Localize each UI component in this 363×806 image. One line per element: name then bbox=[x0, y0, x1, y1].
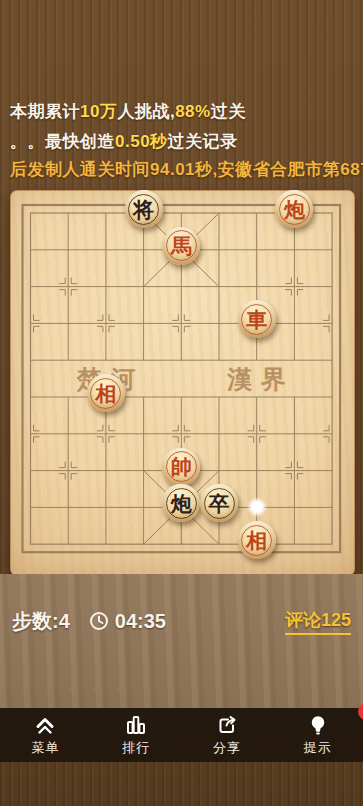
clock-icon bbox=[89, 611, 109, 631]
text-segment: 88% bbox=[175, 102, 211, 121]
hint-count-badge: 5 bbox=[358, 703, 363, 720]
menu-up-icon bbox=[33, 713, 57, 737]
piece-red-elephant-left[interactable]: 相 bbox=[87, 374, 125, 412]
piece-glyph: 相 bbox=[241, 525, 272, 556]
text-segment: 10万 bbox=[80, 102, 117, 121]
bottom-nav: 菜单 排行 分享 5 提示 bbox=[0, 708, 363, 762]
stats-line-record: 。。最快创造0.50秒过关记录 bbox=[10, 130, 358, 153]
stats-line-challengers: 本期累计10万人挑战,88%过关 bbox=[10, 100, 358, 123]
piece-black-general[interactable]: 将 bbox=[125, 190, 163, 228]
piece-glyph: 卒 bbox=[204, 488, 235, 519]
piece-red-cannon[interactable]: 炮 bbox=[275, 190, 313, 228]
xiangqi-game-screen: 本期累计10万人挑战,88%过关 。。最快创造0.50秒过关记录 后发制人通关时… bbox=[0, 0, 363, 806]
share-icon bbox=[215, 713, 239, 737]
nav-item-menu[interactable]: 菜单 bbox=[0, 708, 91, 762]
text-segment: 过关记录 bbox=[168, 132, 238, 151]
text-segment: 后发制人通关时间94.01秒,安徽省合肥市第687 bbox=[10, 160, 363, 179]
nav-label-menu: 菜单 bbox=[31, 739, 59, 757]
xiangqi-board[interactable]: 楚 河漢 界 将炮馬車相帥炮卒相 bbox=[10, 190, 355, 576]
nav-item-hint[interactable]: 5 提示 bbox=[272, 708, 363, 762]
text-segment: 过关 bbox=[211, 102, 246, 121]
move-count: 步数:4 bbox=[12, 608, 70, 635]
ranking-bars-icon bbox=[124, 713, 148, 737]
stats-line-puzzle-result: 后发制人通关时间94.01秒,安徽省合肥市第687 bbox=[10, 158, 358, 181]
text-segment: 。。 bbox=[10, 132, 45, 151]
piece-red-elephant-right[interactable]: 相 bbox=[238, 521, 276, 559]
piece-glyph: 馬 bbox=[166, 230, 197, 261]
piece-glyph: 相 bbox=[90, 378, 121, 409]
piece-glyph: 帥 bbox=[166, 451, 197, 482]
piece-black-soldier[interactable]: 卒 bbox=[200, 484, 238, 522]
piece-glyph: 将 bbox=[128, 194, 159, 225]
nav-label-ranking: 排行 bbox=[122, 739, 150, 757]
text-segment: 本期累计 bbox=[10, 102, 80, 121]
text-segment: 人挑战, bbox=[117, 102, 175, 121]
piece-red-general[interactable]: 帥 bbox=[162, 448, 200, 486]
piece-glyph: 炮 bbox=[279, 194, 310, 225]
nav-item-share[interactable]: 分享 bbox=[182, 708, 273, 762]
text-segment: 最快创造 bbox=[45, 132, 115, 151]
elapsed-time: 04:35 bbox=[115, 610, 166, 633]
piece-red-horse[interactable]: 馬 bbox=[162, 227, 200, 265]
lower-wood-background bbox=[0, 574, 363, 708]
piece-glyph: 車 bbox=[241, 304, 272, 335]
status-bar: 步数:4 04:35 评论125 bbox=[0, 606, 363, 636]
piece-red-chariot[interactable]: 車 bbox=[238, 300, 276, 338]
nav-label-hint: 提示 bbox=[304, 739, 332, 757]
move-target-dot[interactable] bbox=[247, 497, 267, 517]
text-segment: 0.50秒 bbox=[115, 132, 168, 151]
nav-item-ranking[interactable]: 排行 bbox=[91, 708, 182, 762]
hint-bulb-icon bbox=[306, 713, 330, 737]
comments-link[interactable]: 评论125 bbox=[285, 608, 351, 635]
piece-glyph: 炮 bbox=[166, 488, 197, 519]
piece-black-cannon[interactable]: 炮 bbox=[162, 484, 200, 522]
nav-label-share: 分享 bbox=[213, 739, 241, 757]
pieces-layer: 将炮馬車相帥炮卒相 bbox=[11, 191, 354, 575]
